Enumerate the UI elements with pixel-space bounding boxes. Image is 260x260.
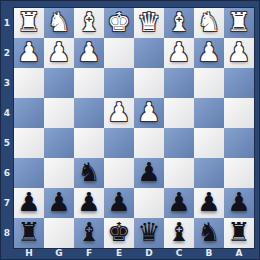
- square-e7[interactable]: ♟: [104, 188, 134, 218]
- square-e4[interactable]: ♟: [104, 98, 134, 128]
- square-f4[interactable]: [74, 98, 104, 128]
- black-king: ♚: [107, 219, 130, 245]
- square-b2[interactable]: ♟: [194, 38, 224, 68]
- file-labels: HGFEDCBA: [14, 247, 254, 260]
- black-pawn: ♟: [167, 189, 190, 215]
- square-a4[interactable]: [224, 98, 254, 128]
- square-e3[interactable]: [104, 68, 134, 98]
- square-h2[interactable]: ♟: [14, 38, 44, 68]
- square-c4[interactable]: [164, 98, 194, 128]
- square-f8[interactable]: ♝: [74, 218, 104, 248]
- white-pawn: ♟: [227, 39, 250, 65]
- rank-label-6: 6: [0, 158, 14, 188]
- square-e6[interactable]: [104, 158, 134, 188]
- black-rook: ♜: [17, 219, 40, 245]
- square-h3[interactable]: [14, 68, 44, 98]
- black-pawn: ♟: [137, 159, 160, 185]
- square-e8[interactable]: ♚: [104, 218, 134, 248]
- square-a1[interactable]: ♜: [224, 8, 254, 38]
- rank-labels: 12345678: [0, 8, 14, 248]
- white-knight: ♞: [197, 9, 220, 35]
- square-e5[interactable]: [104, 128, 134, 158]
- square-d4[interactable]: ♟: [134, 98, 164, 128]
- rank-label-8: 8: [0, 218, 14, 248]
- square-g6[interactable]: [44, 158, 74, 188]
- file-label-h: H: [14, 247, 44, 260]
- square-c5[interactable]: [164, 128, 194, 158]
- rank-label-3: 3: [0, 68, 14, 98]
- square-b8[interactable]: ♞: [194, 218, 224, 248]
- square-a6[interactable]: [224, 158, 254, 188]
- square-f1[interactable]: ♝: [74, 8, 104, 38]
- square-d3[interactable]: [134, 68, 164, 98]
- white-pawn: ♟: [197, 39, 220, 65]
- square-g7[interactable]: ♟: [44, 188, 74, 218]
- square-b1[interactable]: ♞: [194, 8, 224, 38]
- square-a3[interactable]: [224, 68, 254, 98]
- black-bishop: ♝: [167, 219, 190, 245]
- black-pawn: ♟: [107, 189, 130, 215]
- square-g2[interactable]: ♟: [44, 38, 74, 68]
- white-rook: ♜: [227, 9, 250, 35]
- square-a5[interactable]: [224, 128, 254, 158]
- white-pawn: ♟: [17, 39, 40, 65]
- square-d8[interactable]: ♛: [134, 218, 164, 248]
- square-g1[interactable]: ♞: [44, 8, 74, 38]
- white-queen: ♛: [137, 9, 160, 35]
- square-a8[interactable]: ♜: [224, 218, 254, 248]
- chess-board: ♜♞♝♚♛♝♞♜♟♟♟♟♟♟♟♟♞♟♟♟♟♟♟♟♟♜♝♚♛♝♞♜: [14, 8, 254, 248]
- square-c3[interactable]: [164, 68, 194, 98]
- square-b4[interactable]: [194, 98, 224, 128]
- square-f5[interactable]: [74, 128, 104, 158]
- black-pawn: ♟: [77, 189, 100, 215]
- rank-label-2: 2: [0, 38, 14, 68]
- square-g3[interactable]: [44, 68, 74, 98]
- white-rook: ♜: [17, 9, 40, 35]
- black-pawn: ♟: [197, 189, 220, 215]
- square-d5[interactable]: [134, 128, 164, 158]
- file-label-c: C: [164, 247, 194, 260]
- white-king: ♚: [107, 9, 130, 35]
- square-d1[interactable]: ♛: [134, 8, 164, 38]
- square-f7[interactable]: ♟: [74, 188, 104, 218]
- square-d7[interactable]: [134, 188, 164, 218]
- square-a2[interactable]: ♟: [224, 38, 254, 68]
- white-pawn: ♟: [107, 99, 130, 125]
- square-g8[interactable]: [44, 218, 74, 248]
- square-g5[interactable]: [44, 128, 74, 158]
- black-knight: ♞: [197, 219, 220, 245]
- black-pawn: ♟: [17, 189, 40, 215]
- square-b5[interactable]: [194, 128, 224, 158]
- square-b3[interactable]: [194, 68, 224, 98]
- square-h7[interactable]: ♟: [14, 188, 44, 218]
- black-pawn: ♟: [227, 189, 250, 215]
- file-label-a: A: [224, 247, 254, 260]
- square-c1[interactable]: ♝: [164, 8, 194, 38]
- black-rook: ♜: [227, 219, 250, 245]
- square-c7[interactable]: ♟: [164, 188, 194, 218]
- black-bishop: ♝: [77, 219, 100, 245]
- black-knight: ♞: [77, 159, 100, 185]
- rank-label-1: 1: [0, 8, 14, 38]
- white-pawn: ♟: [47, 39, 70, 65]
- rank-label-4: 4: [0, 98, 14, 128]
- square-c2[interactable]: ♟: [164, 38, 194, 68]
- square-b7[interactable]: ♟: [194, 188, 224, 218]
- white-bishop: ♝: [77, 9, 100, 35]
- square-f3[interactable]: [74, 68, 104, 98]
- square-h1[interactable]: ♜: [14, 8, 44, 38]
- chess-board-frame: 12345678 ♜♞♝♚♛♝♞♜♟♟♟♟♟♟♟♟♞♟♟♟♟♟♟♟♟♜♝♚♛♝♞…: [0, 0, 260, 260]
- square-c8[interactable]: ♝: [164, 218, 194, 248]
- square-f2[interactable]: ♟: [74, 38, 104, 68]
- file-label-f: F: [74, 247, 104, 260]
- square-e1[interactable]: ♚: [104, 8, 134, 38]
- square-h6[interactable]: [14, 158, 44, 188]
- square-h4[interactable]: [14, 98, 44, 128]
- rank-label-7: 7: [0, 188, 14, 218]
- square-d6[interactable]: ♟: [134, 158, 164, 188]
- file-label-b: B: [194, 247, 224, 260]
- square-e2[interactable]: [104, 38, 134, 68]
- square-a7[interactable]: ♟: [224, 188, 254, 218]
- white-knight: ♞: [47, 9, 70, 35]
- black-queen: ♛: [137, 219, 160, 245]
- square-h5[interactable]: [14, 128, 44, 158]
- file-label-d: D: [134, 247, 164, 260]
- rank-label-5: 5: [0, 128, 14, 158]
- square-h8[interactable]: ♜: [14, 218, 44, 248]
- square-f6[interactable]: ♞: [74, 158, 104, 188]
- white-pawn: ♟: [77, 39, 100, 65]
- file-label-e: E: [104, 247, 134, 260]
- file-label-g: G: [44, 247, 74, 260]
- black-pawn: ♟: [47, 189, 70, 215]
- square-g4[interactable]: [44, 98, 74, 128]
- square-b6[interactable]: [194, 158, 224, 188]
- white-pawn: ♟: [167, 39, 190, 65]
- square-c6[interactable]: [164, 158, 194, 188]
- square-d2[interactable]: [134, 38, 164, 68]
- white-bishop: ♝: [167, 9, 190, 35]
- white-pawn: ♟: [137, 99, 160, 125]
